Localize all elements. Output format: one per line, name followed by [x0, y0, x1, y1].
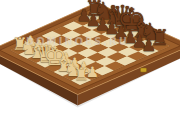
- chess-set-photo: ♜♞♟♝♟♛♟♚♟♝♟♞♟♟♜♟♟♜♟♟♞♟♝♟♛♟♚♟♝♟♞♜ DOMINOE…: [0, 0, 180, 120]
- chess-board: [0, 0, 180, 120]
- latch-icon: [140, 68, 146, 72]
